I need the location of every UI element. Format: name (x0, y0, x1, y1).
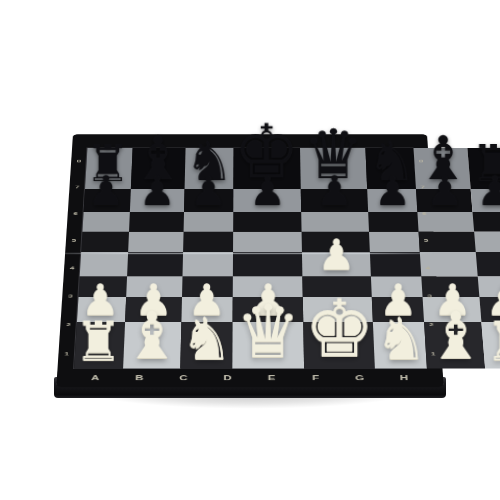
square-c6[interactable] (184, 212, 234, 232)
square-b4[interactable] (127, 252, 184, 276)
piece-black-pawn-g7[interactable]: ♟ (426, 171, 463, 212)
square-d6[interactable] (234, 212, 302, 232)
file-label-d: D (206, 370, 250, 385)
square-a4[interactable] (80, 252, 128, 276)
piece-black-pawn-c7[interactable]: ♟ (190, 171, 227, 212)
rank-label-left-7: 7 (70, 174, 85, 200)
square-f7[interactable]: ♟ (367, 189, 417, 212)
square-b1[interactable]: ♝ (123, 322, 182, 368)
piece-white-bishop-b1[interactable]: ♝ (123, 304, 181, 369)
square-h7[interactable]: ♟ (470, 189, 500, 212)
file-label-c: C (162, 370, 206, 385)
file-label-a: A (73, 370, 118, 385)
square-f4[interactable] (370, 252, 422, 276)
square-c4[interactable] (183, 252, 234, 276)
square-f1[interactable]: ♞ (373, 322, 427, 368)
file-label-h: H (382, 370, 427, 385)
piece-white-rook-a1[interactable]: ♜ (74, 314, 123, 368)
file-label-e: E (250, 370, 294, 385)
piece-white-pawn-e4[interactable]: ♟ (317, 234, 355, 276)
piece-white-bishop-g1[interactable]: ♝ (427, 304, 485, 369)
chessboard: ♜♝♞♚♛♞♝♜♟♟♟♟♟♟♟♟♟♟♟♟♟♟♟♟♜♝♞♛♚♞♝♜ ABCDEFG… (56, 134, 443, 387)
square-e1[interactable]: ♚ (303, 322, 375, 368)
piece-black-pawn-a7[interactable]: ♟ (88, 171, 125, 212)
square-b7[interactable]: ♟ (130, 189, 185, 212)
piece-black-pawn-b7[interactable]: ♟ (138, 171, 175, 212)
piece-black-pawn-e7[interactable]: ♟ (316, 171, 353, 212)
square-e4[interactable]: ♟ (302, 252, 371, 276)
file-label-b: B (117, 370, 162, 385)
square-c1[interactable]: ♞ (181, 322, 234, 368)
piece-white-knight-c1[interactable]: ♞ (181, 310, 233, 368)
rank-label-left-4: 4 (64, 254, 80, 282)
piece-white-queen-d1[interactable]: ♛ (236, 296, 301, 369)
file-labels: ABCDEFGH (73, 370, 427, 385)
piece-white-rook-h1[interactable]: ♜ (485, 314, 500, 368)
rank-label-left-5: 5 (66, 227, 82, 254)
square-b6[interactable] (129, 212, 185, 232)
square-f5[interactable] (369, 232, 420, 252)
piece-black-pawn-f7[interactable]: ♟ (374, 171, 411, 212)
file-label-g: G (338, 370, 383, 385)
product-photo-scene: ♜♝♞♚♛♞♝♜♟♟♟♟♟♟♟♟♟♟♟♟♟♟♟♟♜♝♞♛♚♞♝♜ ABCDEFG… (0, 0, 500, 500)
square-d5[interactable] (233, 232, 301, 252)
piece-black-pawn-d7[interactable]: ♟ (249, 171, 286, 212)
file-label-f: F (294, 370, 338, 385)
square-d4[interactable] (233, 252, 302, 276)
square-g1[interactable]: ♝ (424, 322, 485, 368)
square-b5[interactable] (128, 232, 184, 252)
piece-white-king-e1[interactable]: ♚ (304, 289, 375, 368)
rank-label-left-6: 6 (68, 200, 83, 227)
square-e7[interactable]: ♟ (300, 189, 368, 212)
square-a7[interactable]: ♟ (84, 189, 131, 212)
square-a6[interactable] (82, 212, 129, 232)
square-a5[interactable] (81, 232, 128, 252)
piece-white-knight-f1[interactable]: ♞ (375, 310, 427, 368)
square-d7[interactable]: ♟ (234, 189, 301, 212)
square-h5[interactable] (474, 232, 500, 252)
square-f6[interactable] (368, 212, 419, 232)
square-d1[interactable]: ♛ (233, 322, 304, 368)
rank-label-left-3: 3 (62, 282, 78, 310)
square-e6[interactable] (301, 212, 369, 232)
square-g4[interactable] (420, 252, 477, 276)
square-h6[interactable] (472, 212, 500, 232)
square-h4[interactable] (475, 252, 500, 276)
square-c7[interactable]: ♟ (184, 189, 234, 212)
square-a1[interactable]: ♜ (74, 322, 125, 368)
square-c5[interactable] (183, 232, 233, 252)
piece-black-pawn-h7[interactable]: ♟ (476, 171, 500, 212)
rank-label-left-1: 1 (59, 339, 75, 369)
board-grid: ♜♝♞♚♛♞♝♜♟♟♟♟♟♟♟♟♟♟♟♟♟♟♟♟♜♝♞♛♚♞♝♜ (74, 148, 426, 368)
